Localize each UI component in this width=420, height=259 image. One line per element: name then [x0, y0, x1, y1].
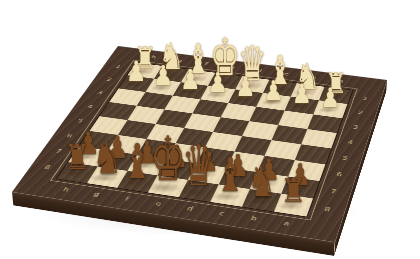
- rank-label-6: 6: [319, 164, 358, 186]
- scene: hgfedcba hgfedcba 12345678 12345678: [0, 0, 420, 259]
- rank-label-2: 2: [342, 104, 378, 122]
- rank-label-5: 5: [325, 148, 363, 169]
- rank-label-2: 2: [90, 72, 127, 89]
- rank-label-3: 3: [337, 118, 374, 137]
- rank-label-8: 8: [306, 198, 347, 221]
- rank-label-1: 1: [347, 90, 382, 108]
- chess-product-photo: hgfedcba hgfedcba 12345678 12345678 ♜♞♝♛…: [0, 0, 420, 259]
- rank-label-7: 7: [313, 181, 353, 203]
- rank-label-4: 4: [331, 133, 368, 153]
- square-a8[interactable]: [274, 194, 313, 217]
- chess-board: hgfedcba hgfedcba 12345678 12345678: [12, 46, 387, 242]
- playing-field: [57, 63, 352, 217]
